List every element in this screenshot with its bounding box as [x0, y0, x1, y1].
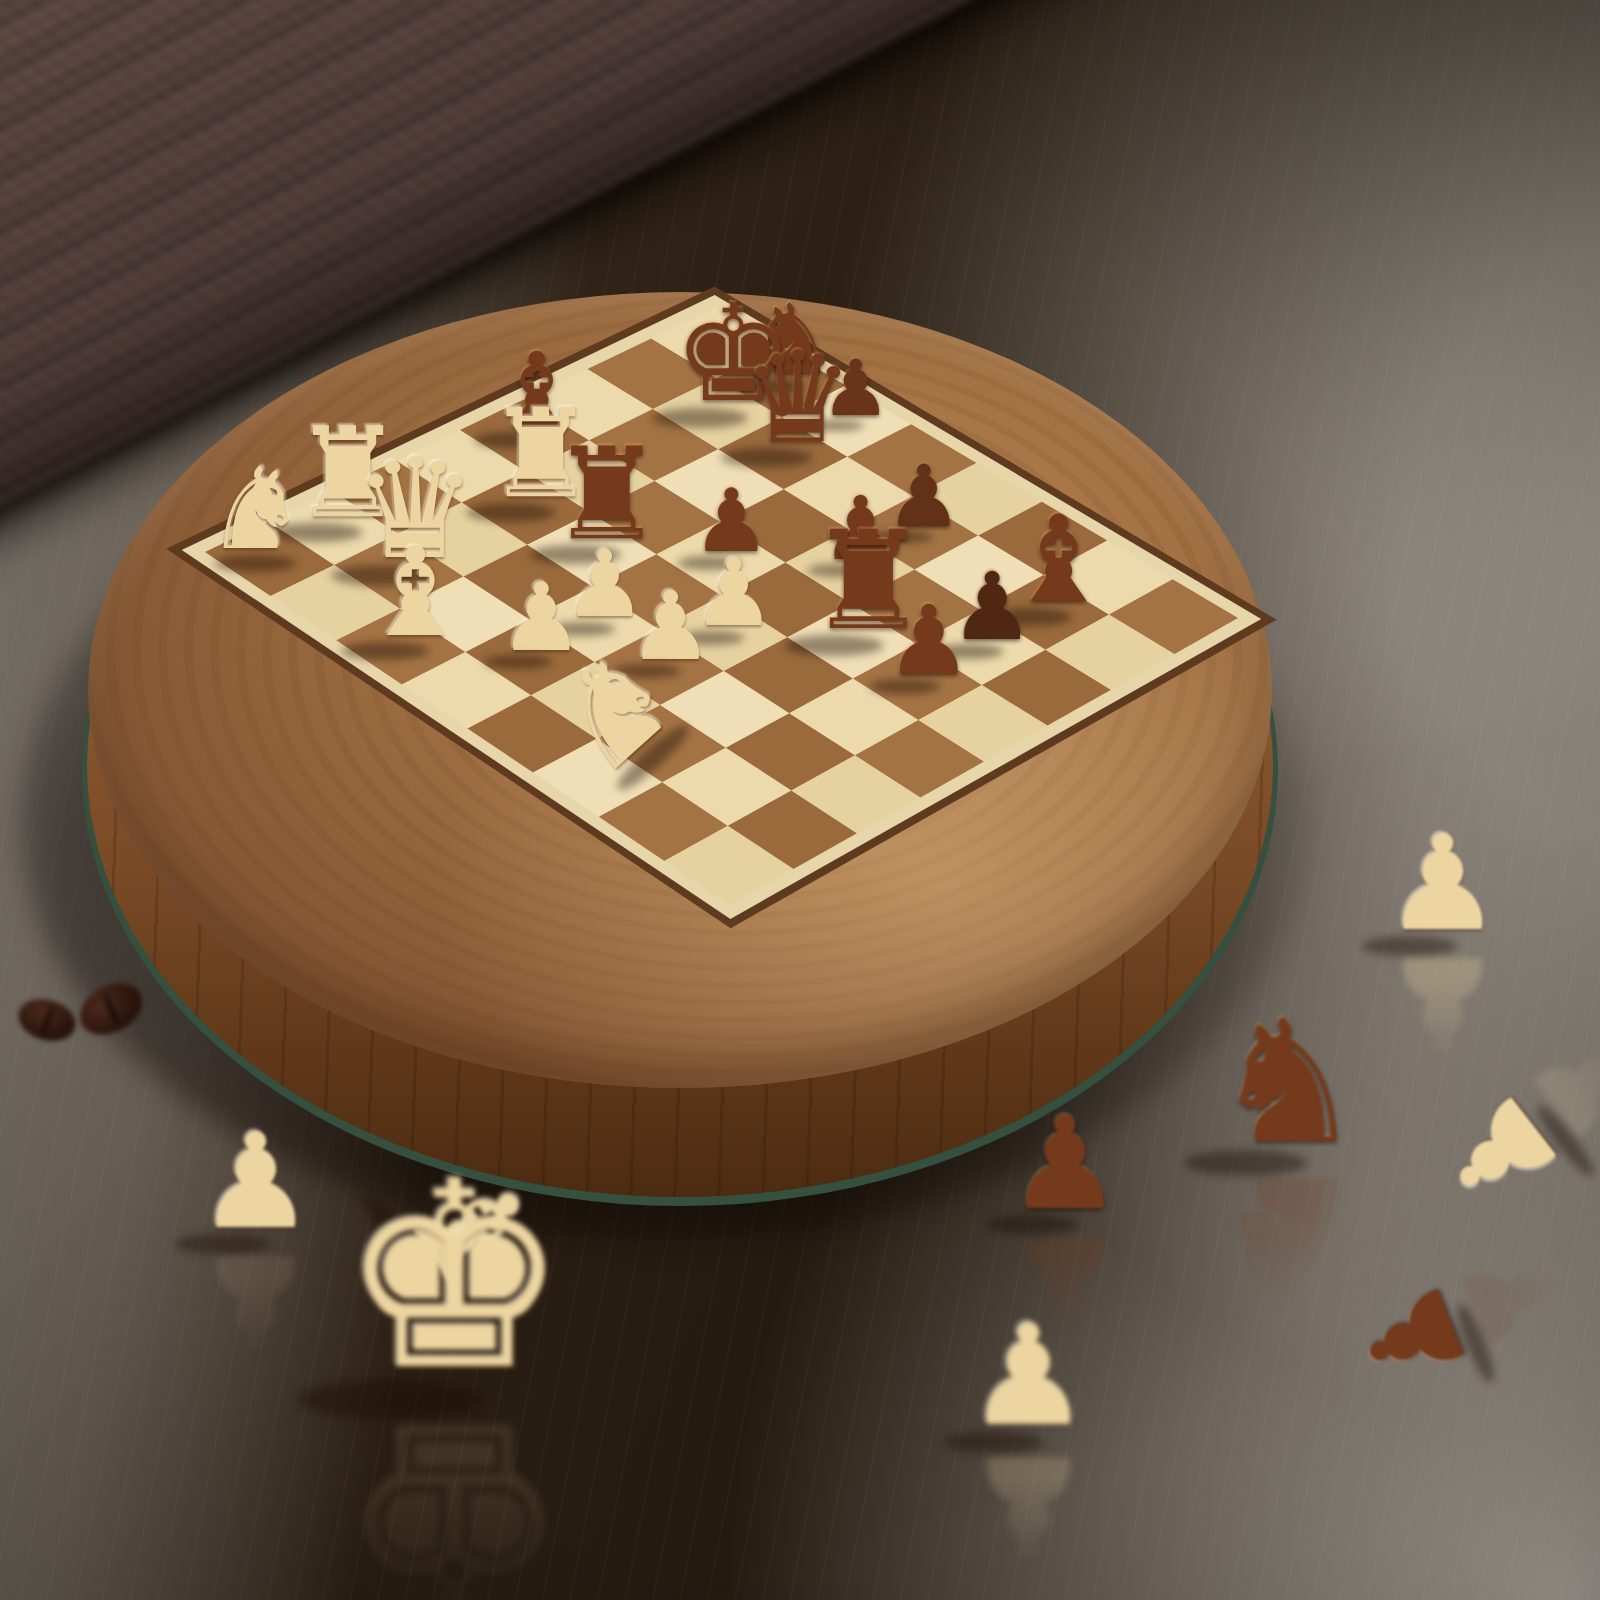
round-chess-set-photo: ♞♜♛♜♝♟♟♟♟♞♝♚♞♜♛♟♟♟♟♜♟♟♝ ♟♟♝♚♚♟♟♟♟♞♞♟♟♟♟♟…	[0, 0, 1600, 1600]
chessboard-inlay	[0, 0, 1600, 1600]
